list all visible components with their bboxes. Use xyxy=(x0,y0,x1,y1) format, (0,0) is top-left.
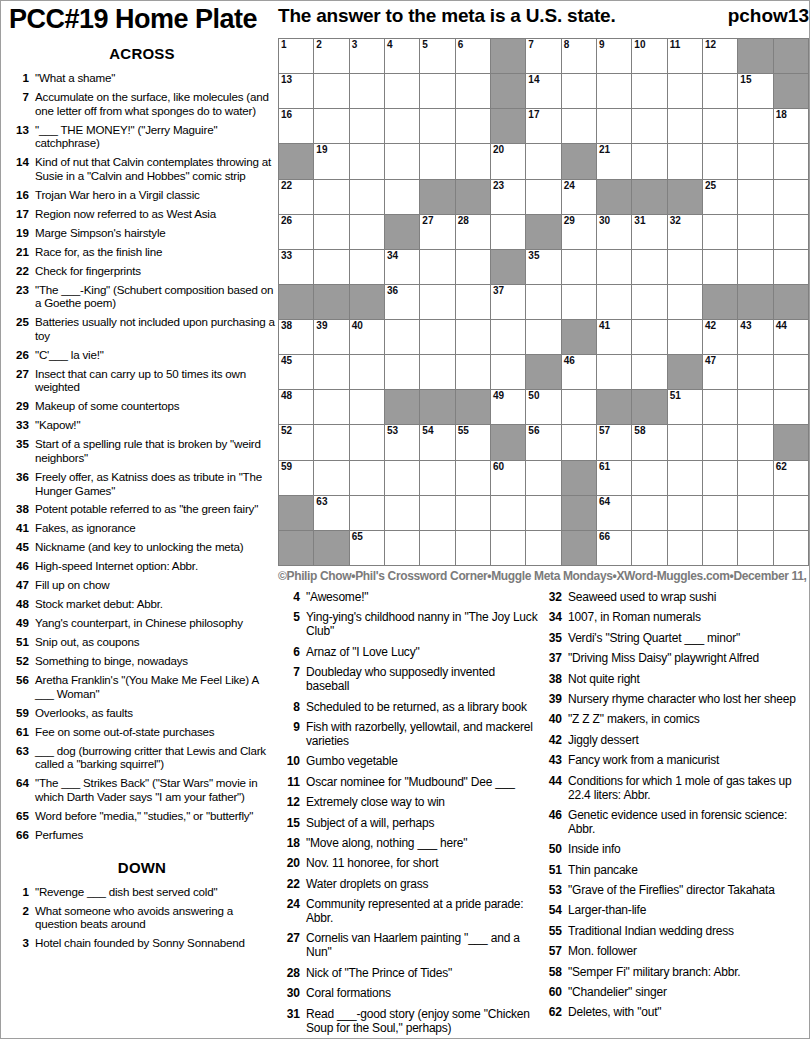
grid-cell[interactable]: 26 xyxy=(279,215,313,249)
grid-cell[interactable]: 32 xyxy=(668,215,702,249)
clue-number: 23 xyxy=(9,283,29,310)
grid-cell[interactable]: 35 xyxy=(526,250,560,284)
grid-cell[interactable] xyxy=(456,285,490,319)
grid-cell[interactable] xyxy=(385,144,419,178)
clue-text: "Kapow!" xyxy=(35,418,275,432)
clue-down-5: 5Ying-ying's childhood nanny in "The Joy… xyxy=(280,610,540,638)
grid-cell[interactable] xyxy=(562,250,596,284)
grid-cell[interactable] xyxy=(562,425,596,459)
grid-cell[interactable] xyxy=(597,250,631,284)
grid-cell[interactable] xyxy=(526,144,560,178)
grid-cell[interactable]: 55 xyxy=(456,425,490,459)
clue-number: 31 xyxy=(280,1007,300,1035)
clue-number: 50 xyxy=(542,842,562,856)
grid-cell[interactable] xyxy=(350,496,384,530)
grid-cell[interactable]: 10 xyxy=(632,39,666,73)
clue-text: "The ___-King" (Schubert composition bas… xyxy=(35,283,275,310)
clue-text: Hotel chain founded by Sonny Sonnabend xyxy=(35,936,275,950)
clue-text: Nursery rhyme character who lost her she… xyxy=(568,692,809,706)
grid-cell[interactable] xyxy=(668,531,702,565)
cell-number: 40 xyxy=(352,320,363,332)
clue-across-51: 51Snip out, as coupons xyxy=(9,635,275,649)
grid-cell[interactable] xyxy=(491,320,525,354)
grid-cell[interactable] xyxy=(420,531,454,565)
across-header: ACROSS xyxy=(9,45,275,62)
grid-cell[interactable] xyxy=(668,144,702,178)
grid-cell[interactable] xyxy=(385,461,419,495)
grid-cell[interactable]: 34 xyxy=(385,250,419,284)
clue-number: 11 xyxy=(280,775,300,789)
grid-cell[interactable] xyxy=(456,144,490,178)
clue-text: Verdi's "String Quartet ___ minor" xyxy=(568,631,809,645)
grid-cell[interactable] xyxy=(385,109,419,143)
grid-cell[interactable]: 29 xyxy=(562,215,596,249)
grid-cell[interactable] xyxy=(738,390,772,424)
grid-cell[interactable] xyxy=(703,531,737,565)
grid-cell[interactable] xyxy=(703,425,737,459)
cell-number: 6 xyxy=(458,39,464,51)
grid-cell[interactable]: 14 xyxy=(526,74,560,108)
grid-cell[interactable] xyxy=(456,496,490,530)
grid-cell[interactable] xyxy=(774,215,808,249)
grid-cell[interactable]: 53 xyxy=(385,425,419,459)
clue-text: Region now referred to as West Asia xyxy=(35,207,275,221)
grid-cell[interactable]: 25 xyxy=(703,180,737,214)
grid-cell[interactable] xyxy=(703,496,737,530)
grid-cell[interactable] xyxy=(597,285,631,319)
clue-text: Stock market debut: Abbr. xyxy=(35,597,275,611)
across-clues-list: 1"What a shame"7Accumulate on the surfac… xyxy=(9,71,275,842)
grid-cell[interactable] xyxy=(420,285,454,319)
grid-cell[interactable] xyxy=(350,425,384,459)
grid-cell[interactable]: 22 xyxy=(279,180,313,214)
clue-down-43: 43Fancy work from a manicurist xyxy=(542,753,809,767)
grid-cell[interactable] xyxy=(526,320,560,354)
grid-cell[interactable]: 47 xyxy=(703,355,737,389)
clue-text: High-speed Internet option: Abbr. xyxy=(35,559,275,573)
grid-cell[interactable]: 11 xyxy=(668,39,702,73)
grid-cell[interactable] xyxy=(526,496,560,530)
grid-cell[interactable] xyxy=(738,496,772,530)
clue-across-49: 49Yang's counterpart, in Chinese philoso… xyxy=(9,616,275,630)
grid-cell[interactable] xyxy=(314,425,348,459)
cell-number: 49 xyxy=(493,390,504,402)
cell-number: 1 xyxy=(281,39,287,51)
clue-across-1: 1"What a shame" xyxy=(9,71,275,85)
grid-cell[interactable] xyxy=(420,496,454,530)
grid-cell[interactable]: 48 xyxy=(279,390,313,424)
grid-cell[interactable]: 20 xyxy=(491,144,525,178)
clue-text: Overlooks, as faults xyxy=(35,706,275,720)
grid-cell[interactable] xyxy=(774,144,808,178)
grid-cell[interactable] xyxy=(420,320,454,354)
grid-cell[interactable]: 2 xyxy=(314,39,348,73)
grid-cell[interactable]: 58 xyxy=(632,425,666,459)
clue-across-16: 16Trojan War hero in a Virgil classic xyxy=(9,188,275,202)
grid-cell[interactable] xyxy=(774,180,808,214)
clue-number: 20 xyxy=(280,856,300,870)
grid-cell[interactable]: 8 xyxy=(562,39,596,73)
clue-text: Larger-than-life xyxy=(568,903,809,917)
grid-cell[interactable] xyxy=(738,531,772,565)
grid-cell[interactable] xyxy=(703,144,737,178)
clue-text: Ying-ying's childhood nanny in "The Joy … xyxy=(306,610,540,638)
grid-cell[interactable] xyxy=(774,496,808,530)
grid-cell[interactable] xyxy=(774,355,808,389)
grid-cell[interactable] xyxy=(668,285,702,319)
clue-across-25: 25Batteries usually not included upon pu… xyxy=(9,315,275,342)
clue-number: 54 xyxy=(542,903,562,917)
grid-cell[interactable] xyxy=(526,180,560,214)
grid-cell[interactable]: 21 xyxy=(597,144,631,178)
grid-cell[interactable]: 59 xyxy=(279,461,313,495)
grid-cell[interactable] xyxy=(456,320,490,354)
grid-cell[interactable]: 42 xyxy=(703,320,737,354)
grid-cell[interactable]: 57 xyxy=(597,425,631,459)
clue-number: 27 xyxy=(9,367,29,394)
cell-number: 57 xyxy=(599,425,610,437)
grid-cell[interactable]: 1 xyxy=(279,39,313,73)
grid-cell[interactable] xyxy=(562,285,596,319)
grid-cell[interactable] xyxy=(350,250,384,284)
grid-cell[interactable] xyxy=(456,74,490,108)
grid-cell[interactable] xyxy=(632,144,666,178)
clue-text: Trojan War hero in a Virgil classic xyxy=(35,188,275,202)
grid-cell[interactable] xyxy=(738,355,772,389)
grid-cell[interactable]: 31 xyxy=(632,215,666,249)
grid-cell[interactable] xyxy=(350,461,384,495)
grid-cell[interactable] xyxy=(668,461,702,495)
clue-number: 52 xyxy=(9,654,29,668)
grid-cell[interactable] xyxy=(420,461,454,495)
grid-cell[interactable] xyxy=(668,74,702,108)
grid-cell[interactable] xyxy=(420,355,454,389)
grid-cell[interactable] xyxy=(350,180,384,214)
grid-cell[interactable]: 36 xyxy=(385,285,419,319)
grid-cell[interactable] xyxy=(632,496,666,530)
grid-cell[interactable] xyxy=(314,109,348,143)
clue-number: 18 xyxy=(280,836,300,850)
grid-cell[interactable] xyxy=(350,109,384,143)
cell-number: 14 xyxy=(528,74,539,86)
grid-cell[interactable] xyxy=(774,390,808,424)
grid-cell-block xyxy=(491,425,525,459)
grid-cell[interactable] xyxy=(668,250,702,284)
grid-cell[interactable]: 19 xyxy=(314,144,348,178)
grid-cell[interactable] xyxy=(738,180,772,214)
grid-cell[interactable] xyxy=(420,250,454,284)
clue-across-41: 41Fakes, as ignorance xyxy=(9,521,275,535)
grid-cell[interactable]: 5 xyxy=(420,39,454,73)
grid-cell[interactable] xyxy=(385,180,419,214)
clue-number: 4 xyxy=(280,590,300,604)
down-clues-list-left: 1"Revenge ___ dish best served cold"2Wha… xyxy=(9,885,275,950)
grid-cell[interactable] xyxy=(703,215,737,249)
clue-across-29: 29Makeup of some countertops xyxy=(9,399,275,413)
grid-cell[interactable]: 63 xyxy=(314,496,348,530)
grid-cell[interactable] xyxy=(632,109,666,143)
grid-cell-block xyxy=(456,180,490,214)
down-clues-column-3: 32Seaweed used to wrap sushi341007, in R… xyxy=(542,590,809,1026)
clue-across-19: 19Marge Simpson's hairstyle xyxy=(9,226,275,240)
grid-cell[interactable] xyxy=(668,320,702,354)
cell-number: 30 xyxy=(599,215,610,227)
grid-cell[interactable]: 38 xyxy=(279,320,313,354)
cell-number: 16 xyxy=(281,109,292,121)
grid-cell[interactable] xyxy=(491,496,525,530)
grid-cell[interactable]: 44 xyxy=(774,320,808,354)
grid-cell[interactable] xyxy=(456,355,490,389)
grid-cell[interactable] xyxy=(774,531,808,565)
grid-cell[interactable]: 52 xyxy=(279,425,313,459)
grid-cell[interactable] xyxy=(597,74,631,108)
grid-cell[interactable] xyxy=(562,109,596,143)
cell-number: 32 xyxy=(670,215,681,227)
clue-text: Accumulate on the surface, like molecule… xyxy=(35,90,275,117)
clue-across-47: 47Fill up on chow xyxy=(9,578,275,592)
cell-number: 26 xyxy=(281,215,292,227)
grid-cell[interactable]: 43 xyxy=(738,320,772,354)
grid-cell[interactable]: 15 xyxy=(738,74,772,108)
grid-cell[interactable] xyxy=(491,531,525,565)
grid-cell[interactable] xyxy=(738,250,772,284)
grid-cell[interactable] xyxy=(385,320,419,354)
clue-number: 9 xyxy=(280,720,300,748)
grid-cell[interactable]: 62 xyxy=(774,461,808,495)
clue-down-54: 54Larger-than-life xyxy=(542,903,809,917)
grid-cell[interactable]: 39 xyxy=(314,320,348,354)
grid-cell[interactable] xyxy=(632,320,666,354)
grid-cell-block xyxy=(738,285,772,319)
clue-across-61: 61Fee on some out-of-state purchases xyxy=(9,725,275,739)
clue-down-34: 341007, in Roman numerals xyxy=(542,610,809,624)
grid-cell[interactable] xyxy=(314,461,348,495)
clue-down-1: 1"Revenge ___ dish best served cold" xyxy=(9,885,275,899)
grid-cell[interactable]: 33 xyxy=(279,250,313,284)
grid-cell[interactable]: 6 xyxy=(456,39,490,73)
grid-cell-block xyxy=(279,531,313,565)
grid-cell[interactable] xyxy=(314,250,348,284)
clue-down-44: 44Conditions for which 1 mole of gas tak… xyxy=(542,774,809,802)
clue-down-40: 40"Z Z Z" makers, in comics xyxy=(542,712,809,726)
grid-cell[interactable] xyxy=(562,390,596,424)
grid-cell[interactable] xyxy=(632,74,666,108)
clue-number: 64 xyxy=(9,776,29,803)
clue-across-17: 17Region now referred to as West Asia xyxy=(9,207,275,221)
grid-cell[interactable]: 23 xyxy=(491,180,525,214)
clue-down-35: 35Verdi's "String Quartet ___ minor" xyxy=(542,631,809,645)
grid-cell[interactable]: 40 xyxy=(350,320,384,354)
grid-cell[interactable] xyxy=(491,355,525,389)
grid-cell[interactable] xyxy=(456,250,490,284)
grid-cell[interactable] xyxy=(385,355,419,389)
grid-cell[interactable] xyxy=(632,355,666,389)
grid-cell[interactable]: 45 xyxy=(279,355,313,389)
cell-number: 65 xyxy=(352,531,363,543)
clue-number: 12 xyxy=(280,795,300,809)
grid-cell[interactable] xyxy=(703,109,737,143)
grid-cell[interactable]: 65 xyxy=(350,531,384,565)
grid-cell[interactable]: 61 xyxy=(597,461,631,495)
grid-cell[interactable] xyxy=(703,461,737,495)
grid-cell[interactable] xyxy=(632,531,666,565)
grid-cell[interactable] xyxy=(632,285,666,319)
grid-cell[interactable] xyxy=(385,74,419,108)
clue-text: "What a shame" xyxy=(35,71,275,85)
grid-cell[interactable] xyxy=(738,425,772,459)
grid-cell-block xyxy=(632,390,666,424)
grid-cell-block xyxy=(279,496,313,530)
grid-cell[interactable]: 64 xyxy=(597,496,631,530)
grid-cell[interactable] xyxy=(491,215,525,249)
clue-text: "The ___ Strikes Back" ("Star Wars" movi… xyxy=(35,776,275,803)
grid-cell[interactable]: 37 xyxy=(491,285,525,319)
grid-cell[interactable] xyxy=(314,215,348,249)
grid-cell[interactable] xyxy=(350,355,384,389)
clue-text: Arnaz of "I Love Lucy" xyxy=(306,645,540,659)
clue-number: 26 xyxy=(9,348,29,362)
grid-cell[interactable]: 60 xyxy=(491,461,525,495)
clue-text: ___ dog (burrowing critter that Lewis an… xyxy=(35,744,275,771)
grid-cell[interactable] xyxy=(314,74,348,108)
clue-number: 35 xyxy=(542,631,562,645)
grid-cell[interactable]: 18 xyxy=(774,109,808,143)
grid-cell[interactable] xyxy=(314,390,348,424)
grid-cell[interactable] xyxy=(350,390,384,424)
clue-number: 24 xyxy=(280,897,300,925)
cell-number: 25 xyxy=(705,180,716,192)
grid-cell[interactable] xyxy=(314,180,348,214)
grid-cell[interactable]: 51 xyxy=(668,390,702,424)
grid-cell[interactable] xyxy=(738,215,772,249)
grid-cell[interactable] xyxy=(526,461,560,495)
grid-cell[interactable] xyxy=(385,531,419,565)
clue-text: Batteries usually not included upon purc… xyxy=(35,315,275,342)
grid-cell[interactable] xyxy=(385,496,419,530)
grid-cell[interactable]: 54 xyxy=(420,425,454,459)
grid-cell[interactable]: 24 xyxy=(562,180,596,214)
grid-cell[interactable] xyxy=(526,285,560,319)
clue-down-8: 8Scheduled to be returned, as a library … xyxy=(280,700,540,714)
grid-cell[interactable] xyxy=(350,215,384,249)
clue-across-38: 38Potent potable referred to as "the gre… xyxy=(9,502,275,516)
clue-number: 6 xyxy=(280,645,300,659)
clue-down-4: 4"Awesome!" xyxy=(280,590,540,604)
grid-cell[interactable] xyxy=(456,109,490,143)
clue-number: 29 xyxy=(9,399,29,413)
cell-number: 53 xyxy=(387,425,398,437)
grid-cell[interactable] xyxy=(632,461,666,495)
grid-cell[interactable]: 50 xyxy=(526,390,560,424)
grid-cell[interactable] xyxy=(456,461,490,495)
grid-cell[interactable] xyxy=(314,355,348,389)
grid-cell-block xyxy=(385,390,419,424)
cell-number: 21 xyxy=(599,144,610,156)
clue-text: Thin pancake xyxy=(568,863,809,877)
grid-cell[interactable] xyxy=(420,144,454,178)
grid-cell[interactable]: 56 xyxy=(526,425,560,459)
cell-number: 64 xyxy=(599,496,610,508)
clue-number: 51 xyxy=(9,635,29,649)
grid-cell[interactable] xyxy=(703,250,737,284)
grid-cell[interactable] xyxy=(350,144,384,178)
clue-number: 3 xyxy=(9,936,29,950)
grid-cell[interactable]: 12 xyxy=(703,39,737,73)
grid-cell-block xyxy=(279,285,313,319)
cell-number: 61 xyxy=(599,461,610,473)
clue-text: Traditional Indian wedding dress xyxy=(568,924,809,938)
grid-cell[interactable] xyxy=(738,144,772,178)
grid-cell[interactable] xyxy=(597,109,631,143)
cell-number: 17 xyxy=(528,109,539,121)
clue-number: 7 xyxy=(280,665,300,693)
cell-number: 58 xyxy=(634,425,645,437)
cell-number: 44 xyxy=(776,320,787,332)
grid-cell[interactable] xyxy=(456,531,490,565)
grid-cell[interactable] xyxy=(703,74,737,108)
grid-cell[interactable] xyxy=(668,425,702,459)
clue-down-10: 10Gumbo vegetable xyxy=(280,754,540,768)
grid-cell[interactable]: 66 xyxy=(597,531,631,565)
clue-number: 38 xyxy=(542,672,562,686)
clue-down-2: 2What someone who avoids answering a que… xyxy=(9,904,275,931)
grid-cell[interactable] xyxy=(738,109,772,143)
cell-number: 22 xyxy=(281,180,292,192)
grid-cell[interactable] xyxy=(668,109,702,143)
grid-cell[interactable]: 13 xyxy=(279,74,313,108)
clue-across-64: 64"The ___ Strikes Back" ("Star Wars" mo… xyxy=(9,776,275,803)
cell-number: 59 xyxy=(281,461,292,473)
grid-cell[interactable] xyxy=(350,74,384,108)
grid-cell-block xyxy=(526,215,560,249)
grid-cell[interactable]: 7 xyxy=(526,39,560,73)
grid-cell[interactable] xyxy=(420,109,454,143)
grid-cell[interactable] xyxy=(668,496,702,530)
clue-number: 56 xyxy=(9,673,29,700)
grid-cell[interactable] xyxy=(774,250,808,284)
grid-cell[interactable]: 49 xyxy=(491,390,525,424)
clue-down-12: 12Extremely close way to win xyxy=(280,795,540,809)
grid-cell[interactable]: 30 xyxy=(597,215,631,249)
grid-cell[interactable]: 4 xyxy=(385,39,419,73)
clue-down-37: 37"Driving Miss Daisy" playwright Alfred xyxy=(542,651,809,665)
grid-cell[interactable]: 46 xyxy=(562,355,596,389)
grid-cell[interactable] xyxy=(562,74,596,108)
grid-cell[interactable] xyxy=(632,250,666,284)
grid-cell[interactable] xyxy=(526,531,560,565)
grid-cell[interactable]: 17 xyxy=(526,109,560,143)
grid-cell[interactable]: 16 xyxy=(279,109,313,143)
cell-number: 38 xyxy=(281,320,292,332)
cell-number: 54 xyxy=(422,425,433,437)
clue-text: Gumbo vegetable xyxy=(306,754,540,768)
grid-cell[interactable] xyxy=(597,355,631,389)
grid-cell[interactable]: 28 xyxy=(456,215,490,249)
clue-across-45: 45Nickname (and key to unlocking the met… xyxy=(9,540,275,554)
grid-cell[interactable]: 27 xyxy=(420,215,454,249)
clue-number: 8 xyxy=(280,700,300,714)
grid-cell[interactable]: 41 xyxy=(597,320,631,354)
cell-number: 60 xyxy=(493,461,504,473)
grid-cell[interactable] xyxy=(703,390,737,424)
grid-cell[interactable]: 3 xyxy=(350,39,384,73)
grid-cell[interactable] xyxy=(738,461,772,495)
clue-text: Race for, as the finish line xyxy=(35,245,275,259)
clue-across-22: 22Check for fingerprints xyxy=(9,264,275,278)
grid-cell[interactable]: 9 xyxy=(597,39,631,73)
grid-cell[interactable] xyxy=(420,74,454,108)
clue-across-23: 23"The ___-King" (Schubert composition b… xyxy=(9,283,275,310)
